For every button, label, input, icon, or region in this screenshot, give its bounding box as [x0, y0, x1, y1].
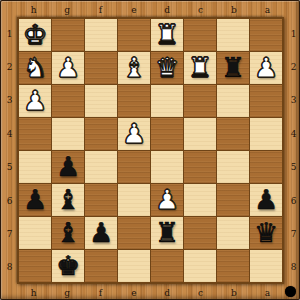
- square-g8[interactable]: ♚: [52, 250, 84, 282]
- square-b7[interactable]: [217, 217, 249, 249]
- chess-board: ♚♜♞♟♝♛♜♜♟♟♟♟♟♝♟♟♝♟♜♛♚: [17, 17, 284, 284]
- piece-black-pawn[interactable]: ♟: [56, 153, 80, 180]
- piece-black-bishop[interactable]: ♝: [56, 219, 80, 246]
- square-f6[interactable]: [85, 184, 117, 216]
- square-h1[interactable]: ♚: [19, 19, 51, 51]
- square-a4[interactable]: [250, 118, 282, 150]
- square-f1[interactable]: [85, 19, 117, 51]
- rank-label: 8: [4, 251, 15, 284]
- file-labels-top: hgfedcba: [17, 4, 284, 16]
- rank-label: 7: [288, 217, 299, 250]
- file-label: c: [184, 4, 217, 16]
- square-e5[interactable]: [118, 151, 150, 183]
- square-d8[interactable]: [151, 250, 183, 282]
- square-h5[interactable]: [19, 151, 51, 183]
- file-label: b: [217, 4, 250, 16]
- file-label: h: [17, 287, 50, 299]
- square-h2[interactable]: ♞: [19, 52, 51, 84]
- square-c6[interactable]: [184, 184, 216, 216]
- square-e6[interactable]: [118, 184, 150, 216]
- rank-label: 6: [288, 184, 299, 217]
- square-b5[interactable]: [217, 151, 249, 183]
- file-label: f: [84, 4, 117, 16]
- square-f3[interactable]: [85, 85, 117, 117]
- rank-labels-left: 12345678: [4, 17, 15, 284]
- square-h6[interactable]: ♟: [19, 184, 51, 216]
- square-c3[interactable]: [184, 85, 216, 117]
- square-d1[interactable]: ♜: [151, 19, 183, 51]
- square-f7[interactable]: ♟: [85, 217, 117, 249]
- file-label: d: [151, 4, 184, 16]
- piece-white-pawn[interactable]: ♟: [254, 54, 278, 81]
- chess-board-frame: hgfedcba hgfedcba 12345678 12345678 ♚♜♞♟…: [0, 0, 300, 300]
- piece-white-pawn[interactable]: ♟: [155, 186, 179, 213]
- piece-white-pawn[interactable]: ♟: [56, 54, 80, 81]
- file-label: e: [117, 4, 150, 16]
- square-c8[interactable]: [184, 250, 216, 282]
- square-d3[interactable]: [151, 85, 183, 117]
- rank-label: 3: [288, 84, 299, 117]
- square-e3[interactable]: [118, 85, 150, 117]
- square-g4[interactable]: [52, 118, 84, 150]
- piece-white-king[interactable]: ♚: [23, 21, 47, 48]
- square-a8[interactable]: [250, 250, 282, 282]
- square-a2[interactable]: ♟: [250, 52, 282, 84]
- file-label: f: [84, 287, 117, 299]
- file-label: e: [117, 287, 150, 299]
- piece-white-bishop[interactable]: ♝: [122, 54, 146, 81]
- square-h3[interactable]: ♟: [19, 85, 51, 117]
- square-b6[interactable]: [217, 184, 249, 216]
- square-f8[interactable]: [85, 250, 117, 282]
- square-g3[interactable]: [52, 85, 84, 117]
- piece-black-rook[interactable]: ♜: [221, 54, 245, 81]
- square-g2[interactable]: ♟: [52, 52, 84, 84]
- square-f2[interactable]: [85, 52, 117, 84]
- square-b1[interactable]: [217, 19, 249, 51]
- square-g7[interactable]: ♝: [52, 217, 84, 249]
- rank-label: 2: [288, 50, 299, 83]
- rank-label: 7: [4, 217, 15, 250]
- square-b4[interactable]: [217, 118, 249, 150]
- file-label: h: [17, 4, 50, 16]
- square-c2[interactable]: ♜: [184, 52, 216, 84]
- piece-black-queen[interactable]: ♛: [254, 219, 278, 246]
- square-h8[interactable]: [19, 250, 51, 282]
- square-e4[interactable]: ♟: [118, 118, 150, 150]
- square-b2[interactable]: ♜: [217, 52, 249, 84]
- square-c5[interactable]: [184, 151, 216, 183]
- square-c4[interactable]: [184, 118, 216, 150]
- rank-label: 3: [4, 84, 15, 117]
- square-d5[interactable]: [151, 151, 183, 183]
- rank-label: 8: [288, 251, 299, 284]
- square-d2[interactable]: ♛: [151, 52, 183, 84]
- square-f4[interactable]: [85, 118, 117, 150]
- file-label: g: [50, 287, 83, 299]
- square-a1[interactable]: [250, 19, 282, 51]
- piece-black-pawn[interactable]: ♟: [89, 219, 113, 246]
- rank-labels-right: 12345678: [288, 17, 299, 284]
- square-b3[interactable]: [217, 85, 249, 117]
- piece-white-knight[interactable]: ♞: [23, 54, 47, 81]
- square-a6[interactable]: ♟: [250, 184, 282, 216]
- square-d7[interactable]: ♜: [151, 217, 183, 249]
- piece-black-king[interactable]: ♚: [56, 252, 80, 279]
- piece-white-pawn[interactable]: ♟: [23, 87, 47, 114]
- black-to-move-indicator: [285, 286, 296, 297]
- rank-label: 5: [4, 151, 15, 184]
- rank-label: 5: [288, 151, 299, 184]
- rank-label: 2: [4, 50, 15, 83]
- piece-white-pawn[interactable]: ♟: [122, 120, 146, 147]
- file-label: b: [217, 287, 250, 299]
- piece-white-rook[interactable]: ♜: [155, 21, 179, 48]
- square-e8[interactable]: [118, 250, 150, 282]
- square-f5[interactable]: [85, 151, 117, 183]
- square-d6[interactable]: ♟: [151, 184, 183, 216]
- piece-black-pawn[interactable]: ♟: [254, 186, 278, 213]
- rank-label: 1: [288, 17, 299, 50]
- square-g6[interactable]: ♝: [52, 184, 84, 216]
- square-d4[interactable]: [151, 118, 183, 150]
- square-h4[interactable]: [19, 118, 51, 150]
- square-c7[interactable]: [184, 217, 216, 249]
- square-e2[interactable]: ♝: [118, 52, 150, 84]
- rank-label: 6: [4, 184, 15, 217]
- file-label: c: [184, 287, 217, 299]
- square-g1[interactable]: [52, 19, 84, 51]
- square-e1[interactable]: [118, 19, 150, 51]
- piece-black-bishop[interactable]: ♝: [56, 186, 80, 213]
- square-e7[interactable]: [118, 217, 150, 249]
- file-label: a: [251, 4, 284, 16]
- square-a7[interactable]: ♛: [250, 217, 282, 249]
- square-h7[interactable]: [19, 217, 51, 249]
- rank-label: 4: [288, 117, 299, 150]
- piece-black-rook[interactable]: ♜: [155, 219, 179, 246]
- square-c1[interactable]: [184, 19, 216, 51]
- file-label: d: [151, 287, 184, 299]
- square-g5[interactable]: ♟: [52, 151, 84, 183]
- file-label: a: [251, 287, 284, 299]
- square-a5[interactable]: [250, 151, 282, 183]
- rank-label: 4: [4, 117, 15, 150]
- file-label: g: [50, 4, 83, 16]
- file-labels-bottom: hgfedcba: [17, 287, 284, 299]
- square-b8[interactable]: [217, 250, 249, 282]
- piece-white-rook[interactable]: ♜: [188, 54, 212, 81]
- square-a3[interactable]: [250, 85, 282, 117]
- piece-white-queen[interactable]: ♛: [155, 54, 179, 81]
- rank-label: 1: [4, 17, 15, 50]
- piece-black-pawn[interactable]: ♟: [23, 186, 47, 213]
